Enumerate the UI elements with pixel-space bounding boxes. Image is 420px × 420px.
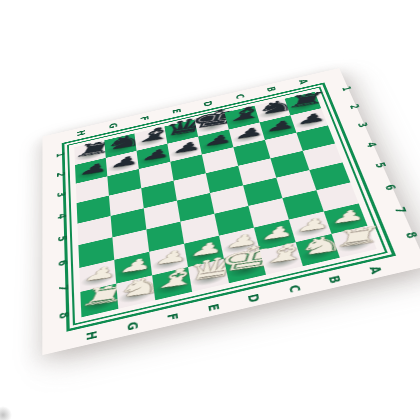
piece-white-knight: ♞	[277, 229, 366, 261]
photo-smudge	[0, 406, 12, 420]
photo-scene: HGFEDCBA HGFEDCBA 12345678 12345678 ♜♞♝♛…	[0, 0, 420, 420]
square-e8: ♛	[188, 259, 229, 292]
rank-labels-left: 12345678	[44, 145, 64, 333]
piece-white-rook: ♜	[314, 221, 402, 253]
piece-white-pawn: ♟	[93, 252, 179, 278]
piece-white-bishop: ♝	[241, 236, 330, 269]
piece-white-pawn: ♟	[164, 236, 250, 262]
piece-white-queen: ♛	[168, 250, 259, 286]
square-d6	[214, 206, 254, 236]
piece-shadow	[119, 286, 154, 305]
piece-white-pawn: ♟	[200, 228, 286, 254]
square-f8: ♝	[152, 267, 192, 300]
square-f7: ♟	[149, 244, 188, 276]
piece-shadow	[155, 278, 190, 297]
square-d7: ♟	[219, 228, 260, 259]
piece-white-pawn: ♟	[235, 220, 320, 246]
square-b8: ♞	[296, 234, 340, 266]
piece-shadow	[116, 262, 150, 281]
piece-shadow	[264, 252, 301, 271]
file-label-g: G	[104, 115, 121, 136]
square-b6	[282, 190, 323, 219]
piece-white-pawn: ♟	[306, 203, 391, 229]
piece-white-king: ♚	[204, 239, 296, 278]
square-g7: ♟	[114, 252, 152, 284]
piece-shadow	[81, 270, 114, 289]
rank-label-4: 4	[343, 138, 382, 156]
piece-shadow	[82, 294, 116, 313]
square-g8: ♞	[116, 275, 155, 308]
piece-white-pawn: ♟	[271, 212, 356, 238]
file-label-f: F	[135, 108, 153, 129]
rank-label-2: 2	[328, 100, 365, 117]
square-h8: ♜	[80, 284, 118, 318]
square-b7: ♟	[289, 211, 332, 242]
square-f6	[146, 222, 184, 252]
square-h6	[78, 237, 114, 268]
vinyl-mat: HGFEDCBA HGFEDCBA 12345678 12345678 ♜♞♝♛…	[42, 68, 420, 355]
piece-shadow	[152, 254, 186, 272]
piece-shadow	[300, 244, 337, 263]
piece-shadow	[328, 213, 365, 231]
piece-white-pawn: ♟	[129, 244, 215, 270]
file-label-d: D	[198, 94, 218, 115]
rank-label-1: 1	[321, 83, 357, 99]
chess-board: HGFEDCBA HGFEDCBA 12345678 12345678 ♜♞♝♛…	[42, 68, 420, 355]
piece-shadow	[187, 246, 222, 264]
square-g6	[112, 229, 149, 259]
square-d8: ♚	[224, 250, 266, 283]
square-h7: ♟	[79, 260, 116, 292]
square-a8: ♜	[332, 226, 377, 258]
piece-white-rook: ♜	[58, 279, 149, 312]
rank-label-3: 3	[335, 118, 373, 135]
piece-white-bishop: ♝	[131, 261, 222, 294]
file-label-h: H	[73, 123, 90, 145]
piece-shadow	[191, 269, 227, 288]
piece-white-pawn: ♟	[58, 260, 145, 286]
square-c7: ♟	[254, 220, 296, 251]
piece-white-knight: ♞	[95, 270, 186, 303]
square-e7: ♟	[184, 236, 224, 267]
square-c8: ♝	[260, 242, 303, 274]
square-c6	[248, 198, 288, 228]
square-a7: ♟	[324, 203, 368, 234]
piece-shadow	[293, 221, 329, 239]
piece-shadow	[227, 261, 263, 280]
piece-shadow	[222, 237, 257, 255]
square-a6	[316, 182, 358, 211]
piece-shadow	[336, 236, 374, 255]
piece-shadow	[258, 229, 294, 247]
file-label-e: E	[167, 101, 186, 122]
square-e6	[180, 214, 219, 244]
